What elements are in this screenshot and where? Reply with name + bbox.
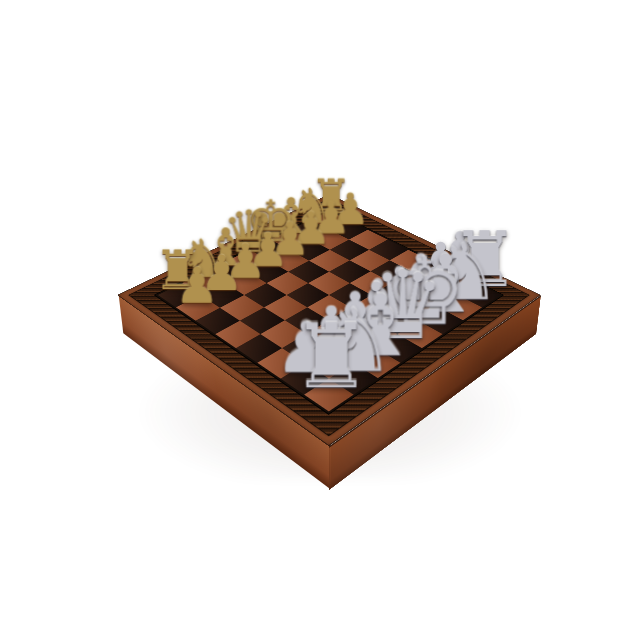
product-photo-scene: ♜♞♝♛♚♝♞♜♟♟♟♟♟♟♟♟♟♟♟♟♟♟♟♟♜♞♝♛♚♝♞♜ xyxy=(0,0,625,625)
white-pawn-icon: ♟ xyxy=(174,261,218,311)
black-rook-icon: ♜ xyxy=(291,312,371,401)
